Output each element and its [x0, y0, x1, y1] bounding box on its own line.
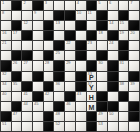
black-cell-r2c12 [119, 11, 129, 20]
cell-r10c11[interactable] [108, 92, 118, 101]
solved-letter: Y [87, 82, 97, 91]
black-cell-r5c8 [76, 41, 86, 50]
black-cell-r9c3 [22, 82, 32, 91]
cell-r2c5[interactable] [44, 11, 54, 20]
clue-number: 42 [45, 92, 49, 96]
cell-r6c4[interactable] [33, 51, 43, 60]
cell-r7c4[interactable] [33, 61, 43, 70]
clue-number: 4 [77, 1, 79, 5]
cell-r13c3[interactable] [22, 122, 32, 131]
black-cell-r6c8 [76, 51, 86, 60]
black-cell-r10c7 [65, 92, 75, 101]
black-cell-r3c2 [12, 21, 22, 30]
cell-r5c2[interactable] [12, 41, 22, 50]
cell-r1c8[interactable]: 4 [76, 1, 86, 10]
clue-number: 47 [13, 112, 17, 116]
clue-number: 21 [2, 41, 6, 45]
black-cell-r5c6 [54, 41, 64, 50]
cell-r7c5[interactable]: 28 [44, 61, 54, 70]
clue-number: 7 [130, 1, 132, 5]
cell-r5c5[interactable] [44, 41, 54, 50]
cell-r6c1[interactable] [1, 51, 11, 60]
cell-r12c11[interactable]: 50 [108, 112, 118, 121]
cell-r11c8[interactable] [76, 102, 86, 111]
clue-number: 53 [98, 122, 102, 126]
black-cell-r6c12 [119, 51, 129, 60]
cell-r8c7[interactable] [65, 72, 75, 81]
black-cell-r3c5 [44, 21, 54, 30]
cell-r1c7[interactable] [65, 1, 75, 10]
cell-r12c2[interactable]: 47 [12, 112, 22, 121]
clue-number: 40 [2, 92, 6, 96]
black-cell-r8c6 [54, 72, 64, 81]
cell-r1c6[interactable] [54, 1, 64, 10]
cell-r2c3[interactable] [22, 11, 32, 20]
black-cell-r9c5 [44, 82, 54, 91]
clue-number: 38 [120, 82, 124, 86]
clue-number: 41 [23, 92, 27, 96]
cell-r7c2[interactable]: 26 [12, 61, 22, 70]
cell-r5c7[interactable]: 22 [65, 41, 75, 50]
clue-number: 25 [55, 51, 59, 55]
black-cell-r12c13 [129, 112, 139, 121]
clue-number: 2 [23, 1, 25, 5]
black-cell-r1c9 [87, 1, 97, 10]
cell-r3c12[interactable]: 15 [119, 21, 129, 30]
cell-r8c1[interactable]: 32 [1, 72, 11, 81]
black-cell-r8c13 [129, 72, 139, 81]
black-cell-r4c5 [44, 31, 54, 40]
black-cell-r3c13 [129, 21, 139, 30]
cell-r13c10[interactable]: 53 [97, 122, 107, 131]
cell-r13c11[interactable] [108, 122, 118, 131]
cell-r3c4[interactable] [33, 21, 43, 30]
black-cell-r3c8 [76, 21, 86, 30]
cell-r9c9[interactable]: 37Y [87, 82, 97, 91]
cell-r10c5[interactable]: 42 [44, 92, 54, 101]
black-cell-r11c2 [12, 102, 22, 111]
cell-r1c3[interactable]: 2 [22, 1, 32, 10]
cell-r7c13[interactable] [129, 61, 139, 70]
cell-r8c12[interactable] [119, 72, 129, 81]
black-cell-r9c11 [108, 82, 118, 91]
cell-r10c6[interactable] [54, 92, 64, 101]
black-cell-r4c9 [87, 31, 97, 40]
black-cell-r2c7 [65, 11, 75, 20]
cell-r5c9[interactable]: 23 [87, 41, 97, 50]
crossword-board: 1234567891011121314151617181920212223242… [0, 0, 140, 132]
cell-r1c1[interactable]: 1 [1, 1, 11, 10]
clue-number: 14 [109, 21, 113, 25]
black-cell-r11c11 [108, 102, 118, 111]
black-cell-r6c10 [97, 51, 107, 60]
clue-number: 44 [23, 102, 27, 106]
cell-r13c6[interactable]: 52 [54, 122, 64, 131]
clue-number: 19 [120, 31, 124, 35]
cell-r13c4[interactable] [33, 122, 43, 131]
cell-r9c10[interactable] [97, 82, 107, 91]
clue-number: 22 [66, 41, 70, 45]
cell-r12c4[interactable] [33, 112, 43, 121]
black-cell-r2c6 [54, 11, 64, 20]
cell-r7c8[interactable] [76, 61, 86, 70]
black-cell-r10c4 [33, 92, 43, 101]
cell-r10c13[interactable] [129, 92, 139, 101]
clue-number: 48 [55, 112, 59, 116]
cell-r8c5[interactable] [44, 72, 54, 81]
cell-r8c9[interactable]: 33P [87, 72, 97, 81]
clue-number: 51 [2, 122, 6, 126]
cell-r10c3[interactable]: 41 [22, 92, 32, 101]
cell-r7c7[interactable]: 29 [65, 61, 75, 70]
clue-number: 36 [55, 82, 59, 86]
clue-number: 20 [130, 31, 134, 35]
cell-r1c13[interactable]: 7 [129, 1, 139, 10]
clue-number: 12 [23, 21, 27, 25]
cell-r10c9[interactable]: H [87, 92, 97, 101]
black-cell-r6c5 [44, 51, 54, 60]
cell-r2c13[interactable] [129, 11, 139, 20]
black-cell-r1c4 [33, 1, 43, 10]
clue-number: 52 [55, 122, 59, 126]
black-cell-r1c2 [12, 1, 22, 10]
solved-letter: M [87, 102, 97, 111]
black-cell-r11c6 [54, 102, 64, 111]
cell-r1c10[interactable]: 5 [97, 1, 107, 10]
clue-number: 23 [88, 41, 92, 45]
black-cell-r8c4 [33, 72, 43, 81]
black-cell-r7c6 [54, 61, 64, 70]
cell-r11c9[interactable]: M [87, 102, 97, 111]
cell-r11c4[interactable]: 45 [33, 102, 43, 111]
cell-r12c12[interactable] [119, 112, 129, 121]
cell-r4c6[interactable] [54, 31, 64, 40]
cell-r1c5[interactable]: 3 [44, 1, 54, 10]
cell-r12c3[interactable] [22, 112, 32, 121]
clue-number: 11 [88, 11, 92, 15]
cell-r12c10[interactable]: 49 [97, 112, 107, 121]
cell-r11c1[interactable] [1, 102, 11, 111]
clue-number: 50 [109, 112, 113, 116]
black-cell-r7c11 [108, 61, 118, 70]
clue-number: 18 [98, 31, 102, 35]
black-cell-r13c9 [87, 122, 97, 131]
cell-r6c11[interactable] [108, 51, 118, 60]
clue-number: 30 [98, 61, 102, 65]
black-cell-r4c11 [108, 31, 118, 40]
black-cell-r8c11 [108, 72, 118, 81]
cell-r13c13[interactable] [129, 122, 139, 131]
clue-number: 15 [120, 21, 124, 25]
cell-r5c3[interactable] [22, 41, 32, 50]
cell-r13c8[interactable] [76, 122, 86, 131]
cell-r11c5[interactable] [44, 102, 54, 111]
cell-r9c4[interactable] [33, 82, 43, 91]
cell-r10c1[interactable]: 40 [1, 92, 11, 101]
clue-number: 32 [2, 72, 6, 76]
cell-r7c12[interactable]: 31 [119, 61, 129, 70]
clue-number: 46 [66, 102, 70, 106]
solved-letter: P [87, 72, 97, 81]
cell-r2c8[interactable]: 10 [76, 11, 86, 20]
cell-r8c10[interactable] [97, 72, 107, 81]
cell-r10c8[interactable]: 43 [76, 92, 86, 101]
black-cell-r10c10 [97, 92, 107, 101]
black-cell-r8c8 [76, 72, 86, 81]
clue-number: 6 [109, 1, 111, 5]
cell-r7c10[interactable]: 30 [97, 61, 107, 70]
cell-r5c10[interactable] [97, 41, 107, 50]
cell-r2c4[interactable]: 9 [33, 11, 43, 20]
clue-number: 35 [13, 82, 17, 86]
cell-r12c7[interactable] [65, 112, 75, 121]
cell-r6c9[interactable] [87, 51, 97, 60]
black-cell-r11c13 [129, 102, 139, 111]
cell-r6c7[interactable] [65, 51, 75, 60]
cell-r3c7[interactable] [65, 21, 75, 30]
cell-r3c3[interactable]: 12 [22, 21, 32, 30]
clue-number: 1 [2, 1, 4, 5]
cell-r12c8[interactable] [76, 112, 86, 121]
black-cell-r2c10 [97, 11, 107, 20]
clue-number: 28 [45, 61, 49, 65]
cell-r12c6[interactable]: 48 [54, 112, 64, 121]
cell-r4c4[interactable] [33, 31, 43, 40]
cell-r6c13[interactable] [129, 51, 139, 60]
cell-r13c12[interactable] [119, 122, 129, 131]
clue-number: 16 [2, 31, 6, 35]
cell-r2c9[interactable]: 11 [87, 11, 97, 20]
clue-number: 17 [13, 31, 17, 35]
black-cell-r8c2 [12, 72, 22, 81]
black-cell-r7c1 [1, 61, 11, 70]
cell-r13c7[interactable] [65, 122, 75, 131]
cell-r11c12[interactable] [119, 102, 129, 111]
clue-number: 10 [77, 11, 81, 15]
cell-r6c6[interactable]: 25 [54, 51, 64, 60]
clue-number: 5 [98, 1, 100, 5]
clue-number: 34 [2, 82, 6, 86]
cell-r13c2[interactable] [12, 122, 22, 131]
cell-r9c13[interactable]: 39 [129, 82, 139, 91]
cell-r5c11[interactable]: 24 [108, 41, 118, 50]
black-cell-r12c1 [1, 112, 11, 121]
cell-r9c1[interactable]: 34 [1, 82, 11, 91]
clue-number: 43 [77, 92, 81, 96]
cell-r4c10[interactable]: 18 [97, 31, 107, 40]
cell-r4c13[interactable]: 20 [129, 31, 139, 40]
cell-r9c6[interactable]: 36 [54, 82, 64, 91]
black-cell-r12c9 [87, 112, 97, 121]
cell-r4c8[interactable] [76, 31, 86, 40]
cell-r1c12[interactable] [119, 1, 129, 10]
black-cell-r9c8 [76, 82, 86, 91]
cell-r1c11[interactable]: 6 [108, 1, 118, 10]
solved-letter: H [87, 92, 97, 101]
clue-number: 9 [34, 11, 36, 15]
clue-number: 8 [2, 11, 4, 15]
cell-r13c1[interactable]: 51 [1, 122, 11, 131]
cell-r3c11[interactable]: 14 [108, 21, 118, 30]
black-cell-r12c5 [44, 112, 54, 121]
clue-number: 13 [55, 21, 59, 25]
cell-r3c1[interactable] [1, 21, 11, 30]
cell-r4c2[interactable]: 17 [12, 31, 22, 40]
clue-number: 29 [66, 61, 70, 65]
cell-r8c3[interactable] [22, 72, 32, 81]
clue-number: 26 [13, 61, 17, 65]
cell-r9c7[interactable] [65, 82, 75, 91]
cell-r3c6[interactable]: 13 [54, 21, 64, 30]
black-cell-r10c12 [119, 92, 129, 101]
cell-r2c1[interactable]: 8 [1, 11, 11, 20]
cell-r7c3[interactable]: 27 [22, 61, 32, 70]
cell-r2c11[interactable] [108, 11, 118, 20]
cell-r5c1[interactable]: 21 [1, 41, 11, 50]
clue-number: 49 [98, 112, 102, 116]
cell-r4c1[interactable]: 16 [1, 31, 11, 40]
clue-number: 3 [45, 1, 47, 5]
cell-r11c3[interactable]: 44 [22, 102, 32, 111]
cell-r3c9[interactable] [87, 21, 97, 30]
clue-number: 39 [130, 82, 134, 86]
cell-r9c12[interactable]: 38 [119, 82, 129, 91]
black-cell-r5c12 [119, 41, 129, 50]
clue-number: 24 [109, 41, 113, 45]
clue-number: 27 [23, 61, 27, 65]
clue-number: 45 [34, 102, 38, 106]
cell-r9c2[interactable]: 35 [12, 82, 22, 91]
cell-r5c13[interactable] [129, 41, 139, 50]
black-cell-r7c9 [87, 61, 97, 70]
black-cell-r4c7 [65, 31, 75, 40]
clue-number: 31 [120, 61, 124, 65]
cell-r4c12[interactable]: 19 [119, 31, 129, 40]
cell-r11c7[interactable]: 46 [65, 102, 75, 111]
cell-r10c2[interactable] [12, 92, 22, 101]
black-cell-r6c3 [22, 51, 32, 60]
cell-r2c2[interactable] [12, 11, 22, 20]
cell-r5c4[interactable] [33, 41, 43, 50]
black-cell-r4c3 [22, 31, 32, 40]
black-cell-r13c5 [44, 122, 54, 131]
black-cell-r11c10 [97, 102, 107, 111]
black-cell-r3c10 [97, 21, 107, 30]
black-cell-r6c2 [12, 51, 22, 60]
